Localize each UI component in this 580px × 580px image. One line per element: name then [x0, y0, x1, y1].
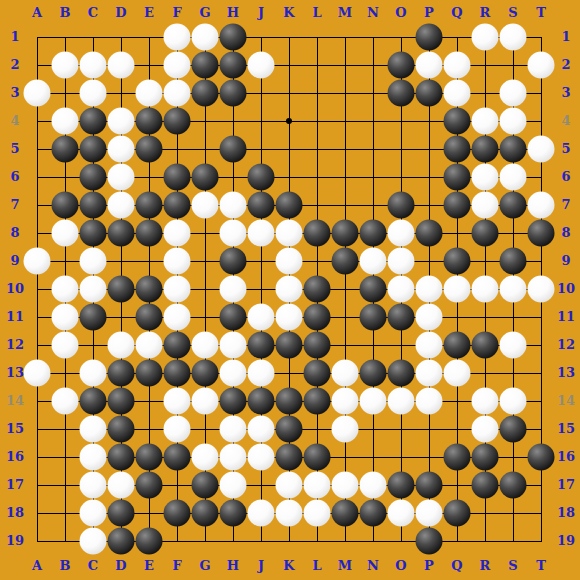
black-stone: [276, 192, 303, 219]
row-label-right: 1: [561, 30, 570, 44]
black-stone: [444, 164, 471, 191]
row-label-right: 2: [561, 58, 570, 72]
row-label-right: 7: [561, 198, 570, 212]
row-label-left: 2: [10, 58, 19, 72]
white-stone: [360, 472, 387, 499]
white-stone: [108, 472, 135, 499]
col-label-top: M: [338, 6, 352, 20]
black-stone: [80, 136, 107, 163]
black-stone: [220, 304, 247, 331]
black-stone: [472, 332, 499, 359]
black-stone: [332, 248, 359, 275]
black-stone: [500, 472, 527, 499]
white-stone: [416, 500, 443, 527]
white-stone: [136, 332, 163, 359]
white-stone: [388, 500, 415, 527]
white-stone: [164, 416, 191, 443]
black-stone: [136, 136, 163, 163]
black-stone: [108, 388, 135, 415]
white-stone: [80, 444, 107, 471]
white-stone: [248, 220, 275, 247]
row-label-right: 15: [557, 422, 575, 436]
white-stone: [276, 220, 303, 247]
black-stone: [192, 360, 219, 387]
white-stone: [52, 388, 79, 415]
black-stone: [220, 136, 247, 163]
black-stone: [472, 220, 499, 247]
white-stone: [80, 472, 107, 499]
white-stone: [220, 220, 247, 247]
row-label-left: 8: [10, 226, 19, 240]
black-stone: [388, 192, 415, 219]
white-stone: [472, 24, 499, 51]
white-stone: [52, 220, 79, 247]
white-stone: [220, 416, 247, 443]
col-label-top: P: [424, 6, 434, 20]
black-stone: [360, 220, 387, 247]
col-label-top: D: [115, 6, 126, 20]
white-stone: [52, 108, 79, 135]
black-stone: [332, 500, 359, 527]
row-label-left: 11: [6, 310, 24, 324]
white-stone: [248, 304, 275, 331]
col-label-bottom: Q: [451, 559, 462, 573]
white-stone: [304, 500, 331, 527]
row-label-left: 10: [6, 282, 24, 296]
col-label-top: E: [144, 6, 154, 20]
white-stone: [164, 248, 191, 275]
row-label-right: 17: [557, 478, 575, 492]
row-label-left: 5: [10, 142, 19, 156]
black-stone: [472, 472, 499, 499]
white-stone: [248, 52, 275, 79]
black-stone: [220, 24, 247, 51]
white-stone: [80, 416, 107, 443]
row-label-left: 17: [6, 478, 24, 492]
black-stone: [444, 108, 471, 135]
black-stone: [108, 500, 135, 527]
col-label-top: G: [199, 6, 210, 20]
white-stone: [276, 500, 303, 527]
white-stone: [416, 360, 443, 387]
white-stone: [108, 332, 135, 359]
black-stone: [416, 528, 443, 555]
white-stone: [220, 192, 247, 219]
white-stone: [416, 304, 443, 331]
white-stone: [500, 332, 527, 359]
white-stone: [444, 80, 471, 107]
white-stone: [528, 276, 555, 303]
white-stone: [248, 500, 275, 527]
white-stone: [416, 52, 443, 79]
white-stone: [220, 444, 247, 471]
black-stone: [164, 164, 191, 191]
white-stone: [332, 360, 359, 387]
black-stone: [500, 248, 527, 275]
black-stone: [472, 136, 499, 163]
white-stone: [80, 360, 107, 387]
black-stone: [80, 164, 107, 191]
black-stone: [528, 444, 555, 471]
white-stone: [220, 472, 247, 499]
white-stone: [528, 52, 555, 79]
white-stone: [360, 248, 387, 275]
black-stone: [108, 360, 135, 387]
black-stone: [136, 220, 163, 247]
black-stone: [500, 416, 527, 443]
black-stone: [444, 444, 471, 471]
white-stone: [52, 304, 79, 331]
white-stone: [164, 388, 191, 415]
black-stone: [192, 164, 219, 191]
black-stone: [416, 80, 443, 107]
white-stone: [528, 192, 555, 219]
white-stone: [80, 52, 107, 79]
black-stone: [248, 332, 275, 359]
white-stone: [220, 360, 247, 387]
white-stone: [108, 164, 135, 191]
row-label-left: 9: [10, 254, 19, 268]
black-stone: [136, 360, 163, 387]
white-stone: [472, 388, 499, 415]
white-stone: [472, 276, 499, 303]
white-stone: [360, 388, 387, 415]
black-stone: [276, 444, 303, 471]
row-label-right: 14: [557, 394, 575, 408]
col-label-bottom: S: [508, 559, 517, 573]
black-stone: [80, 108, 107, 135]
row-label-left: 3: [10, 86, 19, 100]
black-stone: [136, 108, 163, 135]
grid-line-vertical: [345, 37, 346, 542]
white-stone: [276, 276, 303, 303]
white-stone: [332, 416, 359, 443]
row-label-right: 16: [557, 450, 575, 464]
col-label-bottom: F: [172, 559, 181, 573]
row-label-left: 1: [10, 30, 19, 44]
black-stone: [80, 388, 107, 415]
black-stone: [220, 500, 247, 527]
black-stone: [248, 388, 275, 415]
white-stone: [164, 276, 191, 303]
black-stone: [360, 500, 387, 527]
black-stone: [80, 220, 107, 247]
row-label-left: 4: [10, 114, 19, 128]
row-label-right: 5: [561, 142, 570, 156]
col-label-bottom: B: [60, 559, 71, 573]
black-stone: [52, 136, 79, 163]
black-stone: [388, 472, 415, 499]
row-label-left: 7: [10, 198, 19, 212]
col-label-bottom: L: [312, 559, 321, 573]
col-label-bottom: E: [144, 559, 154, 573]
black-stone: [136, 276, 163, 303]
col-label-top: N: [367, 6, 379, 20]
black-stone: [52, 192, 79, 219]
row-label-right: 12: [557, 338, 575, 352]
row-label-left: 18: [6, 506, 24, 520]
black-stone: [304, 332, 331, 359]
white-stone: [192, 24, 219, 51]
col-label-top: T: [536, 6, 546, 20]
star-point: [286, 118, 292, 124]
col-label-bottom: G: [199, 559, 210, 573]
white-stone: [500, 24, 527, 51]
white-stone: [164, 304, 191, 331]
black-stone: [304, 360, 331, 387]
black-stone: [388, 360, 415, 387]
white-stone: [472, 108, 499, 135]
col-label-top: O: [395, 6, 406, 20]
black-stone: [248, 164, 275, 191]
black-stone: [80, 192, 107, 219]
row-label-left: 16: [6, 450, 24, 464]
col-label-bottom: C: [88, 559, 98, 573]
white-stone: [472, 416, 499, 443]
white-stone: [444, 360, 471, 387]
white-stone: [220, 332, 247, 359]
goban[interactable]: [0, 0, 580, 580]
col-label-bottom: P: [424, 559, 434, 573]
col-label-bottom: T: [536, 559, 546, 573]
white-stone: [500, 80, 527, 107]
row-label-left: 12: [6, 338, 24, 352]
white-stone: [388, 248, 415, 275]
white-stone: [276, 304, 303, 331]
white-stone: [220, 276, 247, 303]
black-stone: [304, 444, 331, 471]
black-stone: [388, 304, 415, 331]
white-stone: [164, 220, 191, 247]
white-stone: [164, 52, 191, 79]
black-stone: [220, 52, 247, 79]
black-stone: [276, 388, 303, 415]
white-stone: [388, 220, 415, 247]
row-label-right: 10: [557, 282, 575, 296]
col-label-bottom: K: [283, 559, 294, 573]
black-stone: [164, 192, 191, 219]
black-stone: [304, 388, 331, 415]
row-label-left: 15: [6, 422, 24, 436]
col-label-bottom: R: [480, 559, 491, 573]
black-stone: [388, 52, 415, 79]
black-stone: [416, 220, 443, 247]
black-stone: [108, 444, 135, 471]
col-label-top: F: [172, 6, 181, 20]
white-stone: [332, 388, 359, 415]
col-label-bottom: A: [32, 559, 42, 573]
col-label-top: C: [88, 6, 98, 20]
black-stone: [108, 416, 135, 443]
black-stone: [360, 304, 387, 331]
col-label-top: K: [283, 6, 294, 20]
col-label-top: J: [258, 6, 264, 20]
row-label-left: 14: [6, 394, 24, 408]
col-label-top: Q: [451, 6, 462, 20]
black-stone: [192, 80, 219, 107]
black-stone: [500, 136, 527, 163]
white-stone: [192, 192, 219, 219]
black-stone: [164, 332, 191, 359]
white-stone: [80, 248, 107, 275]
white-stone: [472, 164, 499, 191]
row-label-right: 4: [561, 114, 570, 128]
black-stone: [304, 220, 331, 247]
white-stone: [332, 472, 359, 499]
white-stone: [108, 108, 135, 135]
col-label-top: R: [480, 6, 491, 20]
row-label-left: 13: [6, 366, 24, 380]
black-stone: [304, 276, 331, 303]
black-stone: [164, 500, 191, 527]
black-stone: [136, 472, 163, 499]
black-stone: [444, 136, 471, 163]
black-stone: [416, 472, 443, 499]
black-stone: [164, 108, 191, 135]
black-stone: [276, 332, 303, 359]
col-label-bottom: H: [227, 559, 239, 573]
row-label-right: 19: [557, 534, 575, 548]
black-stone: [192, 500, 219, 527]
row-label-right: 18: [557, 506, 575, 520]
black-stone: [360, 360, 387, 387]
black-stone: [136, 304, 163, 331]
go-board-app: AABBCCDDEEFFGGHHJJKKLLMMNNOOPPQQRRSSTT11…: [0, 0, 580, 580]
white-stone: [276, 248, 303, 275]
white-stone: [80, 528, 107, 555]
black-stone: [444, 248, 471, 275]
row-label-left: 6: [10, 170, 19, 184]
col-label-bottom: D: [115, 559, 126, 573]
row-label-right: 8: [561, 226, 570, 240]
row-label-right: 13: [557, 366, 575, 380]
white-stone: [472, 192, 499, 219]
black-stone: [192, 472, 219, 499]
row-label-right: 3: [561, 86, 570, 100]
white-stone: [24, 360, 51, 387]
black-stone: [164, 444, 191, 471]
row-label-right: 9: [561, 254, 570, 268]
black-stone: [416, 24, 443, 51]
black-stone: [136, 528, 163, 555]
white-stone: [108, 136, 135, 163]
black-stone: [444, 192, 471, 219]
white-stone: [52, 332, 79, 359]
white-stone: [500, 388, 527, 415]
col-label-bottom: N: [367, 559, 379, 573]
white-stone: [500, 108, 527, 135]
col-label-top: H: [227, 6, 239, 20]
black-stone: [220, 388, 247, 415]
white-stone: [500, 276, 527, 303]
black-stone: [444, 500, 471, 527]
white-stone: [304, 472, 331, 499]
black-stone: [136, 192, 163, 219]
row-label-right: 11: [557, 310, 575, 324]
col-label-top: S: [508, 6, 517, 20]
black-stone: [528, 220, 555, 247]
row-label-left: 19: [6, 534, 24, 548]
white-stone: [500, 164, 527, 191]
white-stone: [276, 472, 303, 499]
black-stone: [472, 444, 499, 471]
white-stone: [416, 332, 443, 359]
white-stone: [248, 416, 275, 443]
black-stone: [248, 192, 275, 219]
black-stone: [304, 304, 331, 331]
col-label-top: A: [32, 6, 42, 20]
col-label-bottom: O: [395, 559, 406, 573]
black-stone: [136, 444, 163, 471]
white-stone: [52, 52, 79, 79]
white-stone: [388, 388, 415, 415]
black-stone: [192, 52, 219, 79]
black-stone: [444, 332, 471, 359]
black-stone: [332, 220, 359, 247]
white-stone: [192, 332, 219, 359]
black-stone: [108, 220, 135, 247]
white-stone: [164, 80, 191, 107]
white-stone: [444, 276, 471, 303]
white-stone: [192, 388, 219, 415]
col-label-bottom: M: [338, 559, 352, 573]
white-stone: [388, 276, 415, 303]
white-stone: [164, 24, 191, 51]
white-stone: [108, 52, 135, 79]
white-stone: [80, 80, 107, 107]
white-stone: [444, 52, 471, 79]
col-label-top: L: [312, 6, 321, 20]
white-stone: [52, 276, 79, 303]
white-stone: [136, 80, 163, 107]
black-stone: [500, 192, 527, 219]
black-stone: [220, 248, 247, 275]
black-stone: [388, 80, 415, 107]
col-label-top: B: [60, 6, 71, 20]
black-stone: [108, 528, 135, 555]
white-stone: [24, 80, 51, 107]
black-stone: [276, 416, 303, 443]
white-stone: [24, 248, 51, 275]
black-stone: [80, 304, 107, 331]
black-stone: [108, 276, 135, 303]
col-label-bottom: J: [258, 559, 264, 573]
white-stone: [528, 136, 555, 163]
black-stone: [164, 360, 191, 387]
white-stone: [416, 276, 443, 303]
black-stone: [360, 276, 387, 303]
white-stone: [248, 360, 275, 387]
white-stone: [80, 500, 107, 527]
white-stone: [416, 388, 443, 415]
white-stone: [108, 192, 135, 219]
white-stone: [80, 276, 107, 303]
white-stone: [248, 444, 275, 471]
white-stone: [192, 444, 219, 471]
row-label-right: 6: [561, 170, 570, 184]
black-stone: [220, 80, 247, 107]
